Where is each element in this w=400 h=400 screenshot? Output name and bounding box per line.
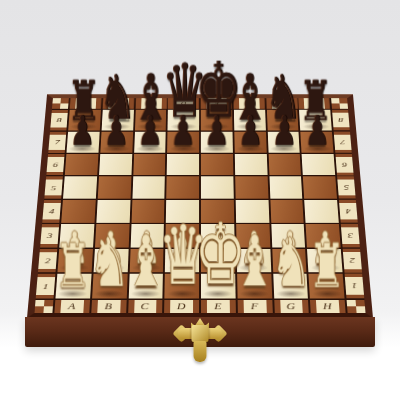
file-label-top-a: A: [70, 98, 102, 108]
square-a5[interactable]: [63, 177, 97, 199]
square-g2[interactable]: ♟: [272, 249, 307, 273]
square-h5[interactable]: [303, 177, 337, 199]
square-g8[interactable]: ♞: [266, 110, 298, 130]
square-a4[interactable]: [61, 200, 95, 223]
square-h8[interactable]: ♜: [299, 110, 332, 130]
square-h2[interactable]: ♟: [307, 249, 342, 273]
square-f2[interactable]: ♟: [236, 249, 270, 273]
file-label-top-f: F: [233, 98, 264, 108]
square-b4[interactable]: [96, 200, 130, 223]
rank-label-right-2: 2: [343, 249, 362, 273]
square-a2[interactable]: ♟: [57, 249, 92, 273]
rank-label-left-1: 1: [36, 274, 56, 299]
piece-shadow: [203, 123, 230, 130]
rank-label-right-6: 6: [335, 154, 353, 176]
piece-shadow: [58, 290, 88, 298]
square-h7[interactable]: ♟: [301, 132, 334, 153]
square-a3[interactable]: [59, 224, 94, 247]
square-f6[interactable]: [235, 154, 268, 176]
square-d7[interactable]: ♟: [167, 132, 199, 153]
rank-label-left-4: 4: [42, 200, 61, 223]
square-c6[interactable]: [133, 154, 166, 176]
piece-shadow: [137, 123, 164, 130]
piece-black-bishop: ♝: [229, 65, 271, 129]
piece-shadow: [303, 145, 331, 152]
piece-shadow: [94, 290, 124, 298]
square-f4[interactable]: [235, 200, 268, 223]
piece-shadow: [96, 264, 126, 272]
file-label-bottom-f: F: [237, 300, 272, 313]
piece-shadow: [310, 264, 340, 272]
square-d8[interactable]: ♛: [168, 110, 199, 130]
rank-label-left-2: 2: [38, 249, 57, 273]
piece-shadow: [102, 145, 130, 152]
square-c2[interactable]: ♟: [129, 249, 163, 273]
square-f8[interactable]: ♝: [234, 110, 266, 130]
file-label-top-h: H: [299, 98, 331, 108]
rank-label-right-7: 7: [334, 132, 352, 153]
piece-black-king: ♚: [195, 52, 237, 129]
rank-label-left-5: 5: [44, 177, 63, 199]
piece-shadow: [131, 290, 161, 298]
piece-shadow: [203, 264, 232, 272]
square-d5[interactable]: [166, 177, 199, 199]
square-b3[interactable]: [95, 224, 129, 247]
square-b5[interactable]: [98, 177, 131, 199]
file-label-top-d: D: [168, 98, 199, 108]
file-label-bottom-c: C: [128, 300, 163, 313]
file-label-bottom-d: D: [164, 300, 199, 313]
square-b7[interactable]: ♟: [100, 132, 133, 153]
square-a8[interactable]: ♜: [68, 110, 101, 130]
piece-shadow: [240, 290, 270, 298]
file-label-bottom-a: A: [54, 300, 89, 313]
square-c7[interactable]: ♟: [134, 132, 166, 153]
rank-label-right-8: 8: [332, 110, 350, 130]
piece-shadow: [69, 145, 97, 152]
square-b1[interactable]: ♞: [92, 274, 127, 299]
square-h6[interactable]: [302, 154, 335, 176]
square-e1[interactable]: ♚: [201, 274, 235, 299]
piece-shadow: [236, 123, 263, 130]
file-label-bottom-g: G: [274, 300, 309, 313]
frame-corner-top-left: [52, 98, 69, 108]
square-e2[interactable]: ♟: [201, 249, 235, 273]
piece-shadow: [167, 264, 196, 272]
square-f7[interactable]: ♟: [234, 132, 266, 153]
square-b8[interactable]: ♞: [101, 110, 133, 130]
square-a6[interactable]: [65, 154, 98, 176]
piece-shadow: [170, 123, 197, 130]
square-d4[interactable]: [166, 200, 199, 223]
square-g4[interactable]: [270, 200, 304, 223]
square-d1[interactable]: ♛: [165, 274, 199, 299]
piece-shadow: [276, 290, 306, 298]
brass-clasp-icon: [176, 318, 224, 368]
frame-corner-bottom-right: [347, 300, 366, 313]
piece-shadow: [275, 264, 305, 272]
piece-shadow: [239, 264, 268, 272]
chess-board: ABCDEFGH8♜♞♝♛♚♝♞♜87♟♟♟♟♟♟♟♟7665544332♟♟♟…: [27, 94, 373, 318]
piece-shadow: [302, 123, 329, 130]
square-e8[interactable]: ♚: [201, 110, 232, 130]
square-d6[interactable]: [167, 154, 199, 176]
piece-shadow: [203, 290, 233, 298]
square-c8[interactable]: ♝: [135, 110, 167, 130]
piece-shadow: [237, 145, 265, 152]
square-g7[interactable]: ♟: [267, 132, 300, 153]
piece-shadow: [270, 145, 298, 152]
square-h3[interactable]: [306, 224, 341, 247]
piece-shadow: [70, 123, 97, 130]
square-b2[interactable]: ♟: [93, 249, 128, 273]
piece-shadow: [203, 145, 230, 152]
photo-background: ABCDEFGH8♜♞♝♛♚♝♞♜87♟♟♟♟♟♟♟♟7665544332♟♟♟…: [0, 0, 400, 400]
square-b6[interactable]: [99, 154, 132, 176]
square-e7[interactable]: ♟: [201, 132, 233, 153]
square-h4[interactable]: [304, 200, 338, 223]
square-e4[interactable]: [201, 200, 234, 223]
piece-shadow: [269, 123, 296, 130]
piece-shadow: [167, 290, 197, 298]
file-label-bottom-h: H: [310, 300, 345, 313]
square-f1[interactable]: ♝: [237, 274, 272, 299]
piece-shadow: [312, 290, 342, 298]
rank-label-right-1: 1: [345, 274, 365, 299]
file-label-top-e: E: [201, 98, 232, 108]
square-c1[interactable]: ♝: [128, 274, 163, 299]
frame-corner-bottom-left: [34, 300, 53, 313]
rank-label-right-4: 4: [339, 200, 358, 223]
file-label-bottom-b: B: [91, 300, 126, 313]
piece-shadow: [104, 123, 131, 130]
rank-label-left-7: 7: [48, 132, 66, 153]
clasp-hasp: [194, 341, 207, 362]
square-e3[interactable]: [201, 224, 234, 247]
square-h1[interactable]: ♜: [309, 274, 345, 299]
file-label-bottom-e: E: [201, 300, 236, 313]
square-d3[interactable]: [166, 224, 199, 247]
square-a7[interactable]: ♟: [67, 132, 100, 153]
file-label-top-c: C: [135, 98, 166, 108]
square-g3[interactable]: [271, 224, 305, 247]
square-c3[interactable]: [130, 224, 164, 247]
rank-label-right-5: 5: [337, 177, 356, 199]
square-e6[interactable]: [201, 154, 233, 176]
square-e5[interactable]: [201, 177, 234, 199]
square-c4[interactable]: [131, 200, 164, 223]
rank-label-left-3: 3: [40, 224, 59, 247]
piece-black-queen: ♛: [162, 54, 204, 128]
square-g5[interactable]: [269, 177, 302, 199]
square-g1[interactable]: ♞: [273, 274, 308, 299]
clasp-plate: [192, 325, 209, 342]
frame-corner-top-right: [331, 98, 348, 108]
square-c5[interactable]: [132, 177, 165, 199]
file-label-top-b: B: [103, 98, 134, 108]
piece-shadow: [169, 145, 196, 152]
piece-shadow: [132, 264, 161, 272]
piece-shadow: [60, 264, 90, 272]
square-a1[interactable]: ♜: [55, 274, 91, 299]
piece-black-bishop: ♝: [129, 65, 171, 129]
square-g6[interactable]: [268, 154, 301, 176]
square-f5[interactable]: [235, 177, 268, 199]
rank-label-left-6: 6: [46, 154, 64, 176]
file-label-top-g: G: [266, 98, 297, 108]
square-d2[interactable]: ♟: [165, 249, 199, 273]
piece-shadow: [136, 145, 164, 152]
rank-label-right-3: 3: [341, 224, 360, 247]
rank-label-left-8: 8: [50, 110, 68, 130]
square-f3[interactable]: [236, 224, 270, 247]
